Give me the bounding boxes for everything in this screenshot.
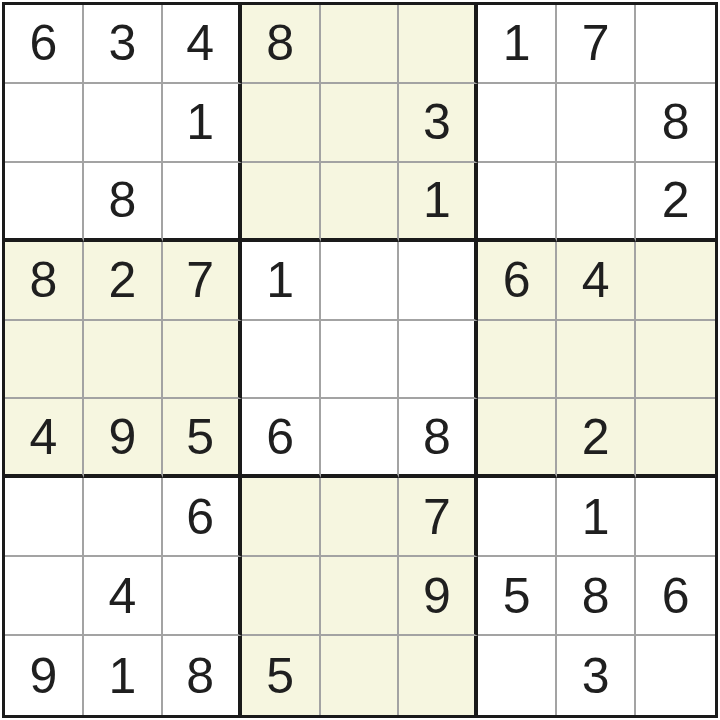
cell-r5c5-empty[interactable] xyxy=(321,321,400,400)
cell-r4c9-empty[interactable] xyxy=(636,242,715,321)
cell-r2c5-empty[interactable] xyxy=(321,84,400,163)
cell-r2c7-empty[interactable] xyxy=(478,84,557,163)
cell-r2c2-empty[interactable] xyxy=(84,84,163,163)
cell-r8c6-given[interactable]: 9 xyxy=(399,557,478,636)
cell-r9c6-empty[interactable] xyxy=(399,636,478,715)
cell-r1c2-given[interactable]: 3 xyxy=(84,5,163,84)
cell-r1c9-empty[interactable] xyxy=(636,5,715,84)
cell-r6c1-given[interactable]: 4 xyxy=(5,399,84,478)
cell-r7c7-empty[interactable] xyxy=(478,478,557,557)
cell-r2c3-given[interactable]: 1 xyxy=(163,84,242,163)
cell-r3c5-empty[interactable] xyxy=(321,163,400,242)
cell-r7c9-empty[interactable] xyxy=(636,478,715,557)
cell-r7c8-given[interactable]: 1 xyxy=(557,478,636,557)
cell-r6c9-empty[interactable] xyxy=(636,399,715,478)
cell-r1c1-given[interactable]: 6 xyxy=(5,5,84,84)
cell-r1c7-given[interactable]: 1 xyxy=(478,5,557,84)
cell-r2c4-empty[interactable] xyxy=(242,84,321,163)
cell-r3c7-empty[interactable] xyxy=(478,163,557,242)
cell-r3c8-empty[interactable] xyxy=(557,163,636,242)
cell-r9c8-given[interactable]: 3 xyxy=(557,636,636,715)
cell-r9c4-given[interactable]: 5 xyxy=(242,636,321,715)
cell-r8c7-given[interactable]: 5 xyxy=(478,557,557,636)
cell-r1c6-empty[interactable] xyxy=(399,5,478,84)
cell-r3c2-given[interactable]: 8 xyxy=(84,163,163,242)
page-background: 6348171388128271644956826714958691853 xyxy=(0,0,720,720)
cell-r4c6-empty[interactable] xyxy=(399,242,478,321)
cell-r7c3-given[interactable]: 6 xyxy=(163,478,242,557)
cell-r2c6-given[interactable]: 3 xyxy=(399,84,478,163)
cell-r5c6-empty[interactable] xyxy=(399,321,478,400)
cell-r4c2-given[interactable]: 2 xyxy=(84,242,163,321)
cell-r7c6-given[interactable]: 7 xyxy=(399,478,478,557)
cell-r3c1-empty[interactable] xyxy=(5,163,84,242)
cell-r4c5-empty[interactable] xyxy=(321,242,400,321)
cell-r6c6-given[interactable]: 8 xyxy=(399,399,478,478)
cell-r4c8-given[interactable]: 4 xyxy=(557,242,636,321)
cell-r3c6-given[interactable]: 1 xyxy=(399,163,478,242)
cell-r6c3-given[interactable]: 5 xyxy=(163,399,242,478)
sudoku-board: 6348171388128271644956826714958691853 xyxy=(2,2,718,718)
cell-r3c9-given[interactable]: 2 xyxy=(636,163,715,242)
cell-r3c3-empty[interactable] xyxy=(163,163,242,242)
cell-r4c3-given[interactable]: 7 xyxy=(163,242,242,321)
cell-r8c8-given[interactable]: 8 xyxy=(557,557,636,636)
cell-r1c4-given[interactable]: 8 xyxy=(242,5,321,84)
cell-r8c5-empty[interactable] xyxy=(321,557,400,636)
cell-r9c1-given[interactable]: 9 xyxy=(5,636,84,715)
cell-r9c9-empty[interactable] xyxy=(636,636,715,715)
cell-r6c8-given[interactable]: 2 xyxy=(557,399,636,478)
cell-r5c3-empty[interactable] xyxy=(163,321,242,400)
cell-r9c5-empty[interactable] xyxy=(321,636,400,715)
cell-r2c8-empty[interactable] xyxy=(557,84,636,163)
cell-r2c1-empty[interactable] xyxy=(5,84,84,163)
cell-r1c3-given[interactable]: 4 xyxy=(163,5,242,84)
cell-r7c4-empty[interactable] xyxy=(242,478,321,557)
cell-r4c7-given[interactable]: 6 xyxy=(478,242,557,321)
cell-r1c5-empty[interactable] xyxy=(321,5,400,84)
cell-r2c9-given[interactable]: 8 xyxy=(636,84,715,163)
cell-r9c7-empty[interactable] xyxy=(478,636,557,715)
cell-r1c8-given[interactable]: 7 xyxy=(557,5,636,84)
cell-r8c2-given[interactable]: 4 xyxy=(84,557,163,636)
cell-r5c4-empty[interactable] xyxy=(242,321,321,400)
cell-r6c7-empty[interactable] xyxy=(478,399,557,478)
cell-r8c4-empty[interactable] xyxy=(242,557,321,636)
cell-r9c3-given[interactable]: 8 xyxy=(163,636,242,715)
cell-r8c9-given[interactable]: 6 xyxy=(636,557,715,636)
cell-r7c2-empty[interactable] xyxy=(84,478,163,557)
cell-r3c4-empty[interactable] xyxy=(242,163,321,242)
cell-r7c1-empty[interactable] xyxy=(5,478,84,557)
cell-r5c1-empty[interactable] xyxy=(5,321,84,400)
cell-r8c1-empty[interactable] xyxy=(5,557,84,636)
cell-r4c1-given[interactable]: 8 xyxy=(5,242,84,321)
cell-r6c5-empty[interactable] xyxy=(321,399,400,478)
cell-r6c4-given[interactable]: 6 xyxy=(242,399,321,478)
cell-r5c8-empty[interactable] xyxy=(557,321,636,400)
cell-r7c5-empty[interactable] xyxy=(321,478,400,557)
cell-r5c9-empty[interactable] xyxy=(636,321,715,400)
cell-r5c2-empty[interactable] xyxy=(84,321,163,400)
cell-r5c7-empty[interactable] xyxy=(478,321,557,400)
cell-r9c2-given[interactable]: 1 xyxy=(84,636,163,715)
cell-r4c4-given[interactable]: 1 xyxy=(242,242,321,321)
cell-r6c2-given[interactable]: 9 xyxy=(84,399,163,478)
cell-r8c3-empty[interactable] xyxy=(163,557,242,636)
